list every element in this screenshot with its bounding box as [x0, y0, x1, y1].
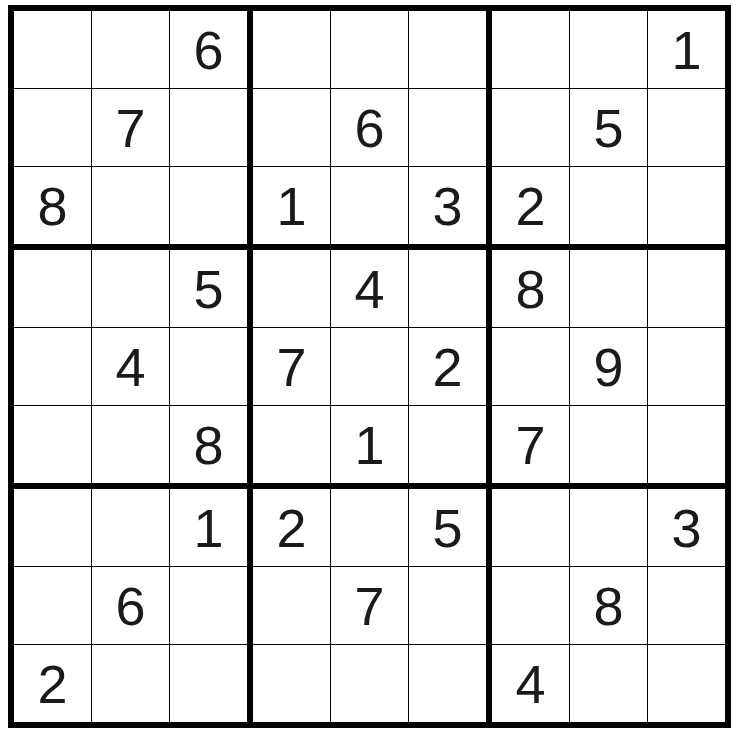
cell-r1c8[interactable]: [570, 11, 648, 89]
cell-r8c1[interactable]: [14, 567, 92, 645]
cell-r3c2[interactable]: [92, 167, 170, 250]
cell-r1c5[interactable]: [331, 11, 409, 89]
cell-r2c9[interactable]: [648, 89, 725, 167]
cell-r6c3[interactable]: 8: [170, 406, 253, 489]
cell-r7c9[interactable]: 3: [648, 489, 725, 567]
cell-r3c5[interactable]: [331, 167, 409, 250]
sudoku-page: 6176581325484729817125367824: [0, 0, 745, 746]
cell-r3c8[interactable]: [570, 167, 648, 250]
cell-r5c1[interactable]: [14, 328, 92, 406]
cell-r5c7[interactable]: [492, 328, 570, 406]
cell-digit: 3: [671, 501, 701, 555]
cell-digit: 4: [354, 262, 384, 316]
cell-r8c8[interactable]: 8: [570, 567, 648, 645]
cell-r2c3[interactable]: [170, 89, 253, 167]
cell-digit: 5: [593, 101, 623, 155]
cell-r3c4[interactable]: 1: [253, 167, 331, 250]
cell-digit: 2: [276, 501, 306, 555]
cell-digit: 7: [354, 579, 384, 633]
cell-digit: 5: [432, 501, 462, 555]
cell-r9c6[interactable]: [409, 645, 492, 722]
cell-r7c1[interactable]: [14, 489, 92, 567]
sudoku-board: 6176581325484729817125367824: [8, 5, 731, 728]
cell-r8c7[interactable]: [492, 567, 570, 645]
cell-r3c3[interactable]: [170, 167, 253, 250]
cell-r5c2[interactable]: 4: [92, 328, 170, 406]
cell-r7c7[interactable]: [492, 489, 570, 567]
cell-r4c1[interactable]: [14, 250, 92, 328]
cell-digit: 1: [276, 179, 306, 233]
cell-r1c2[interactable]: [92, 11, 170, 89]
cell-r5c4[interactable]: 7: [253, 328, 331, 406]
cell-r4c9[interactable]: [648, 250, 725, 328]
cell-digit: 6: [115, 579, 145, 633]
cell-digit: 5: [193, 262, 223, 316]
cell-r3c1[interactable]: 8: [14, 167, 92, 250]
cell-r6c6[interactable]: [409, 406, 492, 489]
cell-r4c8[interactable]: [570, 250, 648, 328]
cell-r1c3[interactable]: 6: [170, 11, 253, 89]
cell-r1c9[interactable]: 1: [648, 11, 725, 89]
cell-r1c7[interactable]: [492, 11, 570, 89]
cell-r5c6[interactable]: 2: [409, 328, 492, 406]
cell-r7c4[interactable]: 2: [253, 489, 331, 567]
cell-r2c6[interactable]: [409, 89, 492, 167]
cell-r6c8[interactable]: [570, 406, 648, 489]
cell-r9c1[interactable]: 2: [14, 645, 92, 722]
cell-digit: 8: [37, 179, 67, 233]
cell-digit: 7: [515, 418, 545, 472]
cell-r7c6[interactable]: 5: [409, 489, 492, 567]
cell-r9c7[interactable]: 4: [492, 645, 570, 722]
cell-r8c2[interactable]: 6: [92, 567, 170, 645]
cell-r8c3[interactable]: [170, 567, 253, 645]
cell-digit: 7: [115, 101, 145, 155]
cell-r5c3[interactable]: [170, 328, 253, 406]
cell-digit: 2: [515, 179, 545, 233]
cell-r7c2[interactable]: [92, 489, 170, 567]
cell-r8c9[interactable]: [648, 567, 725, 645]
cell-digit: 1: [354, 418, 384, 472]
cell-r7c8[interactable]: [570, 489, 648, 567]
cell-r8c4[interactable]: [253, 567, 331, 645]
cell-r1c4[interactable]: [253, 11, 331, 89]
cell-r2c8[interactable]: 5: [570, 89, 648, 167]
cell-r1c1[interactable]: [14, 11, 92, 89]
cell-r4c6[interactable]: [409, 250, 492, 328]
cell-r5c5[interactable]: [331, 328, 409, 406]
cell-digit: 2: [432, 340, 462, 394]
cell-r2c4[interactable]: [253, 89, 331, 167]
cell-r9c3[interactable]: [170, 645, 253, 722]
cell-r9c9[interactable]: [648, 645, 725, 722]
cell-r3c9[interactable]: [648, 167, 725, 250]
cell-r9c4[interactable]: [253, 645, 331, 722]
cell-r4c4[interactable]: [253, 250, 331, 328]
cell-r3c7[interactable]: 2: [492, 167, 570, 250]
cell-r4c7[interactable]: 8: [492, 250, 570, 328]
cell-digit: 9: [593, 340, 623, 394]
cell-digit: 8: [515, 262, 545, 316]
cell-digit: 4: [515, 657, 545, 711]
cell-r1c6[interactable]: [409, 11, 492, 89]
cell-r6c4[interactable]: [253, 406, 331, 489]
cell-digit: 8: [593, 579, 623, 633]
cell-r5c9[interactable]: [648, 328, 725, 406]
cell-r4c2[interactable]: [92, 250, 170, 328]
cell-r7c3[interactable]: 1: [170, 489, 253, 567]
cell-r6c9[interactable]: [648, 406, 725, 489]
cell-r8c6[interactable]: [409, 567, 492, 645]
cell-r6c2[interactable]: [92, 406, 170, 489]
cell-digit: 8: [193, 418, 223, 472]
cell-r9c2[interactable]: [92, 645, 170, 722]
cell-digit: 1: [671, 23, 701, 77]
cell-r4c5[interactable]: 4: [331, 250, 409, 328]
cell-r6c7[interactable]: 7: [492, 406, 570, 489]
cell-digit: 1: [193, 501, 223, 555]
cell-r5c8[interactable]: 9: [570, 328, 648, 406]
cell-r2c7[interactable]: [492, 89, 570, 167]
cell-r9c5[interactable]: [331, 645, 409, 722]
cell-r6c1[interactable]: [14, 406, 92, 489]
cell-digit: 4: [115, 340, 145, 394]
cell-r6c5[interactable]: 1: [331, 406, 409, 489]
cell-r2c5[interactable]: 6: [331, 89, 409, 167]
cell-r2c1[interactable]: [14, 89, 92, 167]
cell-digit: 6: [354, 101, 384, 155]
cell-r9c8[interactable]: [570, 645, 648, 722]
cell-r2c2[interactable]: 7: [92, 89, 170, 167]
cell-r3c6[interactable]: 3: [409, 167, 492, 250]
cell-r8c5[interactable]: 7: [331, 567, 409, 645]
cell-r4c3[interactable]: 5: [170, 250, 253, 328]
cell-digit: 7: [276, 340, 306, 394]
cell-digit: 6: [193, 23, 223, 77]
cell-r7c5[interactable]: [331, 489, 409, 567]
cell-digit: 2: [37, 657, 67, 711]
cell-digit: 3: [432, 179, 462, 233]
